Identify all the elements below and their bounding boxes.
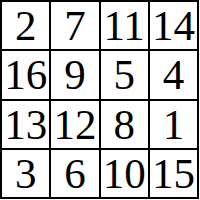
grid-cell-r2c1: 12 <box>51 101 98 148</box>
magic-square-board: 2 7 11 14 16 9 5 4 13 12 8 1 3 6 10 15 <box>0 0 199 199</box>
grid-cell-r1c3: 4 <box>150 51 197 98</box>
grid-cell-r3c3: 15 <box>150 150 197 197</box>
grid-cell-r0c1: 7 <box>51 2 98 49</box>
grid-cell-r2c2: 8 <box>101 101 148 148</box>
grid-cell-r1c0: 16 <box>2 51 49 98</box>
grid-cell-r3c1: 6 <box>51 150 98 197</box>
grid-cell-r0c3: 14 <box>150 2 197 49</box>
grid-cell-r3c0: 3 <box>2 150 49 197</box>
grid-cell-r1c2: 5 <box>101 51 148 98</box>
magic-square-diagram: 2 7 11 14 16 9 5 4 13 12 8 1 3 6 10 15 <box>0 0 200 200</box>
grid-cell-r0c2: 11 <box>101 2 148 49</box>
grid-cell-r0c0: 2 <box>2 2 49 49</box>
grid-cell-r1c1: 9 <box>51 51 98 98</box>
grid-cell-r2c0: 13 <box>2 101 49 148</box>
grid-cell-r3c2: 10 <box>101 150 148 197</box>
grid-cell-r2c3: 1 <box>150 101 197 148</box>
